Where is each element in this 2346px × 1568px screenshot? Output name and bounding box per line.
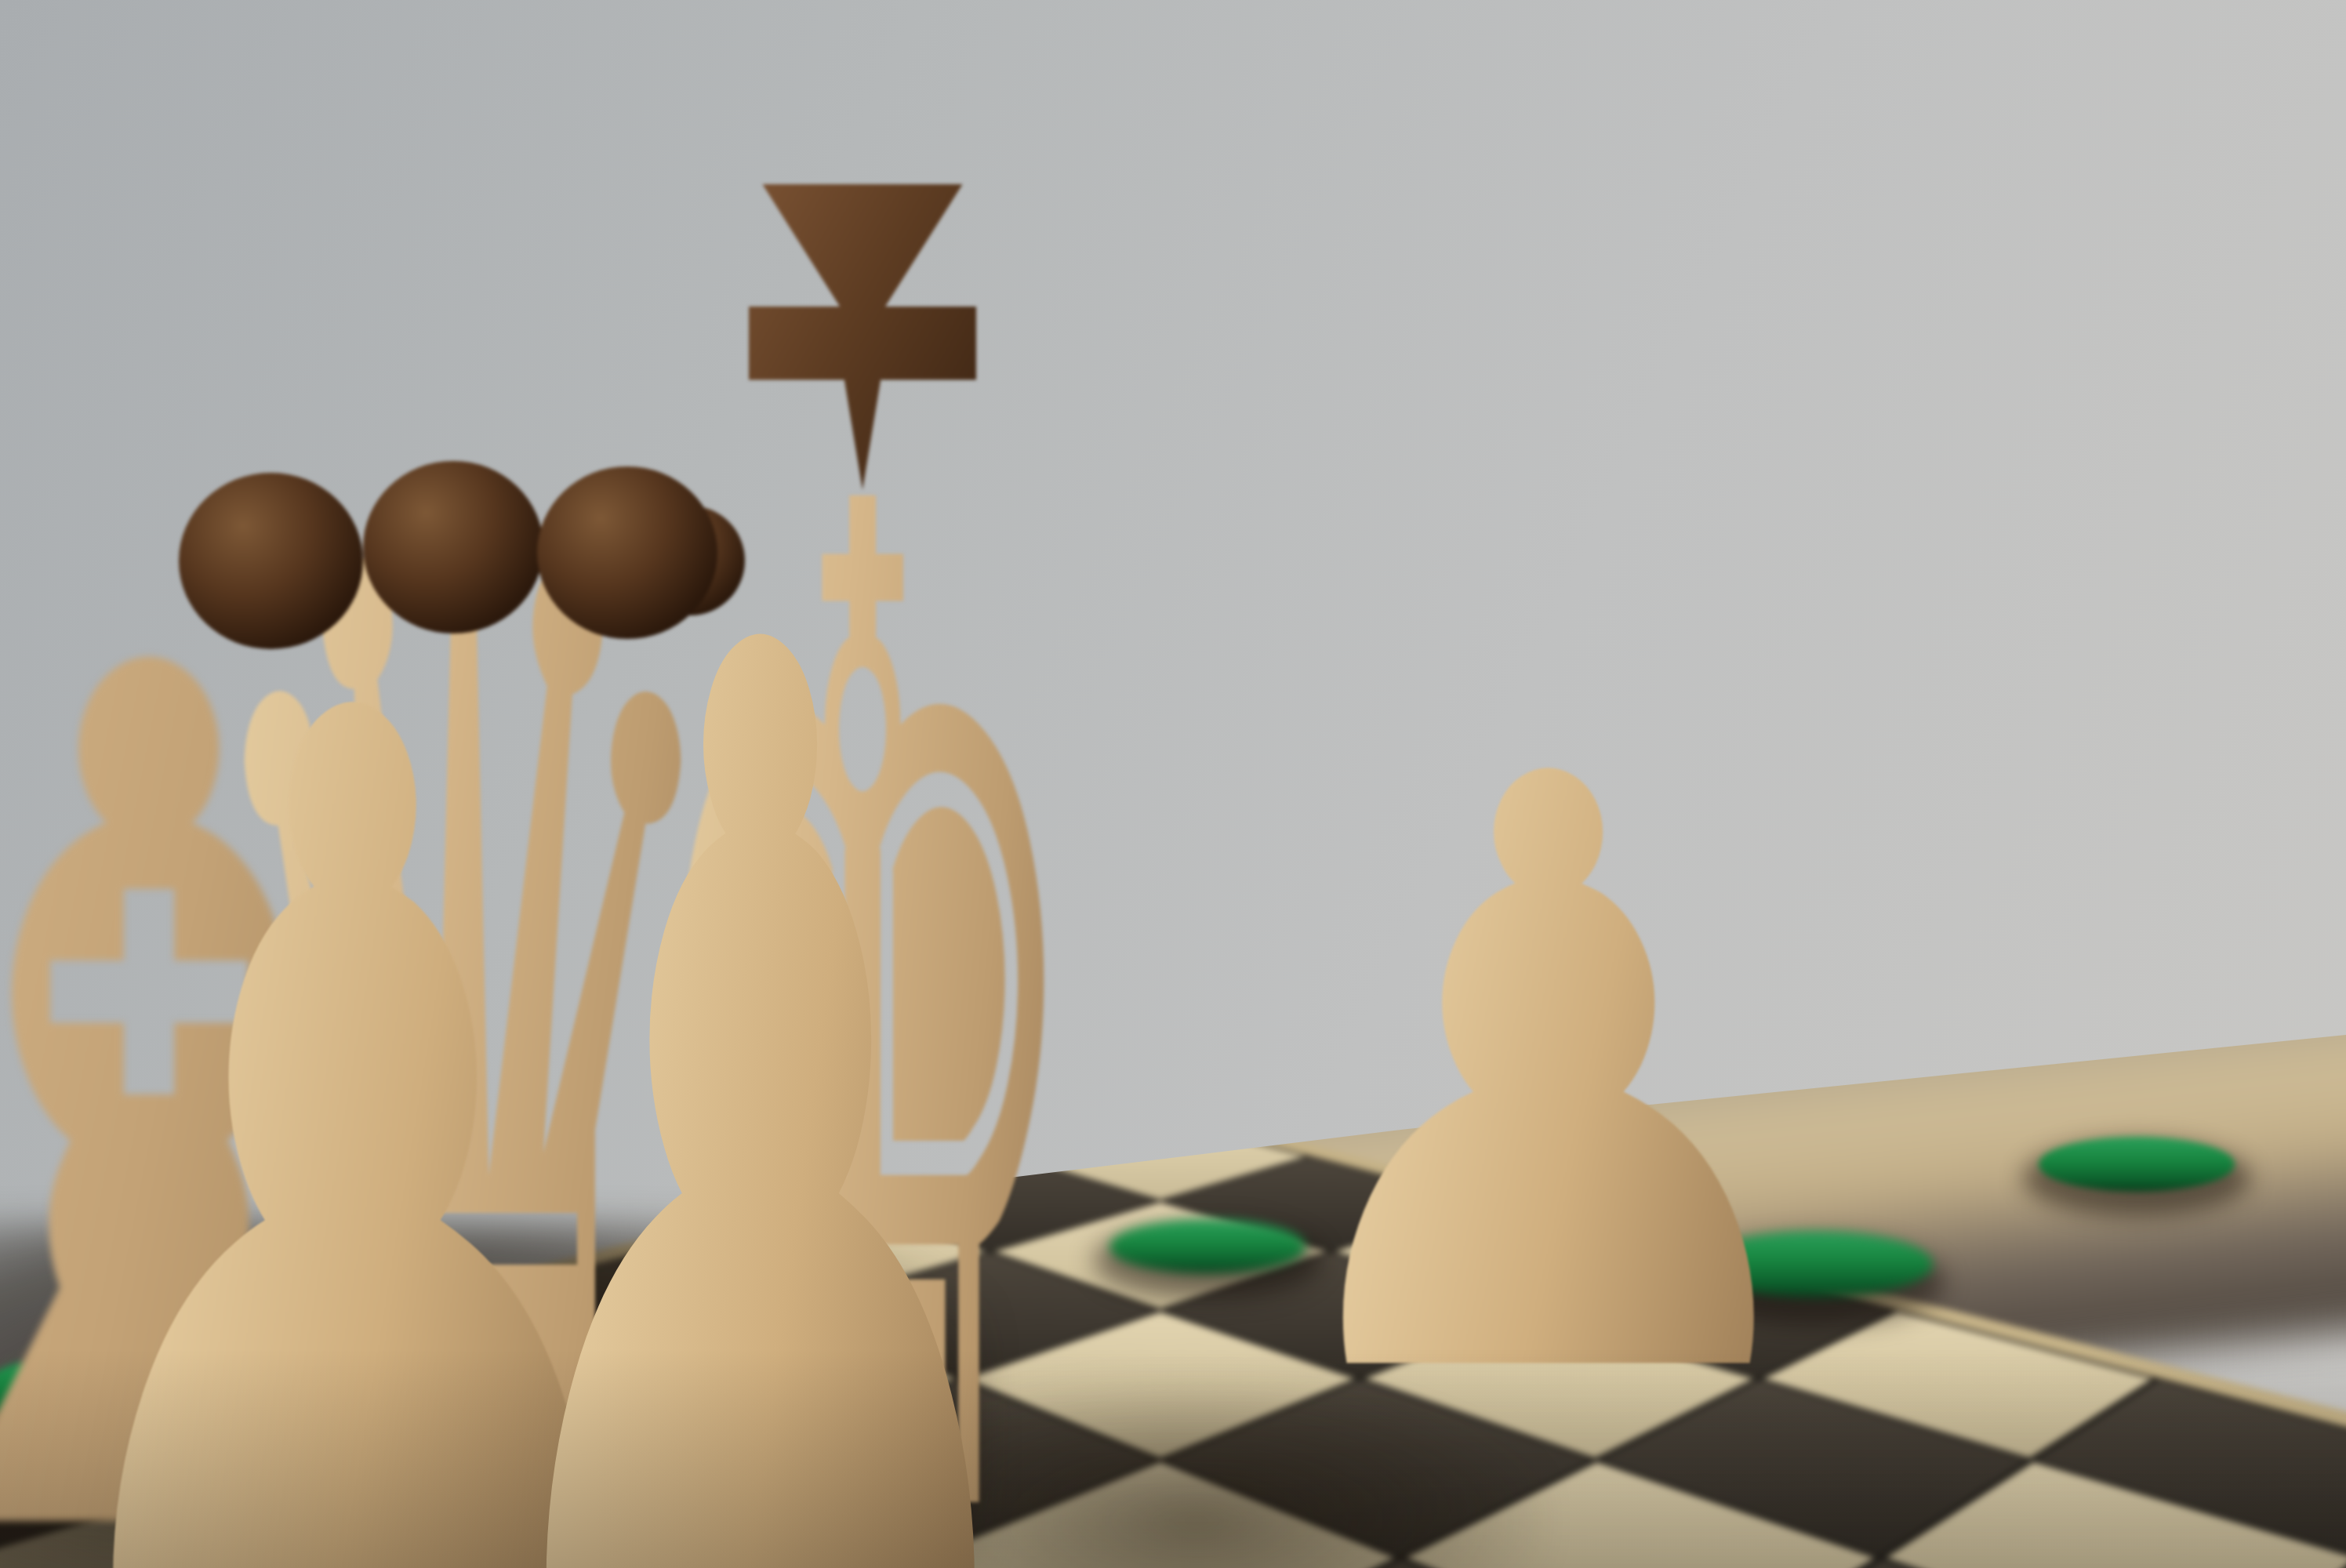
chess-photo-scene: ♜ ♟ ♞ ♝ ♟ ♚ ♛ ♝ ♟ ♟ bbox=[0, 0, 2346, 1568]
pawn-glyph: ♟ bbox=[1942, 402, 2331, 1439]
white-pawn: ♟ bbox=[1384, 870, 1713, 1309]
white-pawn: ♟ bbox=[592, 815, 929, 1568]
white-pawn: ♟ bbox=[2031, 655, 2242, 1211]
pawn-glyph: ♟ bbox=[440, 470, 1081, 1568]
pawn-glyph: ♟ bbox=[1241, 673, 1856, 1489]
